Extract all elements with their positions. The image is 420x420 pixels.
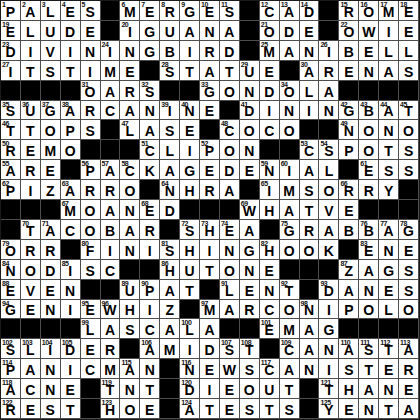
cell-8-12[interactable]: E bbox=[240, 160, 260, 180]
cell-7-15[interactable]: 53C bbox=[300, 140, 320, 160]
cell-20-7[interactable]: E bbox=[140, 399, 160, 419]
cell-6-18[interactable]: O bbox=[359, 120, 379, 140]
cell-7-0[interactable]: 50R bbox=[1, 140, 21, 160]
cell-5-7[interactable]: N bbox=[140, 101, 160, 121]
cell-20-16[interactable]: 125Y bbox=[319, 399, 339, 419]
cell-18-11[interactable]: W bbox=[220, 359, 240, 379]
cell-10-4[interactable]: O bbox=[81, 200, 101, 220]
cell-14-6[interactable]: 89U bbox=[120, 280, 140, 300]
cell-1-0[interactable]: 19E bbox=[1, 21, 21, 41]
cell-11-2[interactable]: 71A bbox=[41, 220, 61, 240]
cell-9-2[interactable]: Z bbox=[41, 180, 61, 200]
cell-10-12[interactable]: 69W bbox=[240, 200, 260, 220]
cell-0-11[interactable]: 11S bbox=[220, 1, 240, 21]
cell-8-15[interactable]: A bbox=[300, 160, 320, 180]
cell-15-0[interactable]: 94G bbox=[1, 300, 21, 320]
cell-10-3[interactable]: 67M bbox=[61, 200, 81, 220]
cell-2-11[interactable]: D bbox=[220, 41, 240, 61]
cell-16-7[interactable]: C bbox=[140, 319, 160, 339]
cell-8-8[interactable]: A bbox=[160, 160, 180, 180]
cell-19-13[interactable]: U bbox=[260, 379, 280, 399]
cell-12-9[interactable]: H bbox=[180, 240, 200, 260]
cell-18-9[interactable]: 116N bbox=[180, 359, 200, 379]
cell-2-5[interactable]: 24I bbox=[101, 41, 121, 61]
cell-3-2[interactable]: S bbox=[41, 61, 61, 81]
cell-20-0[interactable]: 122R bbox=[1, 399, 21, 419]
cell-8-4[interactable]: 56P bbox=[81, 160, 101, 180]
cell-20-10[interactable]: T bbox=[200, 399, 220, 419]
cell-0-20[interactable]: 18E bbox=[399, 1, 419, 21]
cell-7-19[interactable]: T bbox=[379, 140, 399, 160]
cell-11-5[interactable]: B bbox=[101, 220, 121, 240]
cell-7-2[interactable]: M bbox=[41, 140, 61, 160]
cell-8-19[interactable]: S bbox=[379, 160, 399, 180]
cell-1-4[interactable]: E bbox=[81, 21, 101, 41]
cell-11-20[interactable]: 78G bbox=[399, 220, 419, 240]
cell-5-4[interactable]: R bbox=[81, 101, 101, 121]
cell-10-14[interactable]: A bbox=[280, 200, 300, 220]
cell-3-16[interactable]: R bbox=[319, 61, 339, 81]
cell-9-11[interactable]: A bbox=[220, 180, 240, 200]
cell-14-3[interactable]: N bbox=[61, 280, 81, 300]
cell-5-18[interactable]: 43B bbox=[359, 101, 379, 121]
cell-19-7[interactable]: T bbox=[140, 379, 160, 399]
cell-8-16[interactable]: L bbox=[319, 160, 339, 180]
cell-14-14[interactable]: 92T bbox=[280, 280, 300, 300]
cell-15-15[interactable]: 98N bbox=[300, 300, 320, 320]
cell-16-4[interactable]: 99L bbox=[81, 319, 101, 339]
cell-5-12[interactable]: 41D bbox=[240, 101, 260, 121]
cell-13-8[interactable]: 86H bbox=[160, 260, 180, 280]
cell-17-4[interactable]: E bbox=[81, 339, 101, 359]
cell-9-4[interactable]: R bbox=[81, 180, 101, 200]
cell-5-17[interactable]: 42G bbox=[339, 101, 359, 121]
cell-5-10[interactable]: E bbox=[200, 101, 220, 121]
cell-10-7[interactable]: 68E bbox=[140, 200, 160, 220]
cell-13-19[interactable]: G bbox=[379, 260, 399, 280]
cell-13-17[interactable]: 87Z bbox=[339, 260, 359, 280]
cell-13-11[interactable]: O bbox=[220, 260, 240, 280]
cell-15-12[interactable]: R bbox=[240, 300, 260, 320]
cell-18-6[interactable]: 115A bbox=[120, 359, 140, 379]
cell-16-15[interactable]: A bbox=[300, 319, 320, 339]
cell-17-9[interactable]: I bbox=[180, 339, 200, 359]
cell-11-10[interactable]: 73H bbox=[200, 220, 220, 240]
cell-5-1[interactable]: 36U bbox=[21, 101, 41, 121]
cell-18-0[interactable]: 114P bbox=[1, 359, 21, 379]
cell-9-10[interactable]: R bbox=[200, 180, 220, 200]
cell-7-12[interactable]: N bbox=[240, 140, 260, 160]
cell-5-15[interactable]: I bbox=[300, 101, 320, 121]
cell-2-17[interactable]: B bbox=[339, 41, 359, 61]
cell-13-12[interactable]: N bbox=[240, 260, 260, 280]
cell-14-1[interactable]: V bbox=[21, 280, 41, 300]
cell-6-13[interactable]: C bbox=[260, 120, 280, 140]
cell-8-20[interactable]: S bbox=[399, 160, 419, 180]
cell-0-9[interactable]: 9G bbox=[180, 1, 200, 21]
cell-20-1[interactable]: E bbox=[21, 399, 41, 419]
cell-15-2[interactable]: N bbox=[41, 300, 61, 320]
cell-16-16[interactable]: G bbox=[319, 319, 339, 339]
cell-19-0[interactable]: 118A bbox=[1, 379, 21, 399]
cell-19-6[interactable]: N bbox=[120, 379, 140, 399]
cell-8-18[interactable]: 61E bbox=[359, 160, 379, 180]
cell-19-1[interactable]: C bbox=[21, 379, 41, 399]
cell-7-7[interactable]: 51C bbox=[140, 140, 160, 160]
cell-3-1[interactable]: T bbox=[21, 61, 41, 81]
cell-12-10[interactable]: I bbox=[200, 240, 220, 260]
cell-0-14[interactable]: 13A bbox=[280, 1, 300, 21]
cell-7-16[interactable]: 54S bbox=[319, 140, 339, 160]
cell-20-14[interactable]: S bbox=[280, 399, 300, 419]
cell-9-1[interactable]: I bbox=[21, 180, 41, 200]
cell-19-14[interactable]: T bbox=[280, 379, 300, 399]
cell-16-6[interactable]: S bbox=[120, 319, 140, 339]
cell-8-9[interactable]: G bbox=[180, 160, 200, 180]
cell-9-8[interactable]: 64N bbox=[160, 180, 180, 200]
cell-6-19[interactable]: N bbox=[379, 120, 399, 140]
cell-20-2[interactable]: S bbox=[41, 399, 61, 419]
cell-19-2[interactable]: N bbox=[41, 379, 61, 399]
cell-7-8[interactable]: L bbox=[160, 140, 180, 160]
cell-18-14[interactable]: A bbox=[280, 359, 300, 379]
cell-3-19[interactable]: A bbox=[379, 61, 399, 81]
cell-3-4[interactable]: I bbox=[81, 61, 101, 81]
cell-7-10[interactable]: 52P bbox=[200, 140, 220, 160]
cell-19-9[interactable]: 120D bbox=[180, 379, 200, 399]
cell-5-6[interactable]: A bbox=[120, 101, 140, 121]
cell-17-5[interactable]: R bbox=[101, 339, 121, 359]
cell-18-20[interactable]: R bbox=[399, 359, 419, 379]
cell-15-19[interactable]: L bbox=[379, 300, 399, 320]
cell-6-20[interactable]: O bbox=[399, 120, 419, 140]
cell-8-2[interactable]: E bbox=[41, 160, 61, 180]
cell-17-11[interactable]: 107S bbox=[220, 339, 240, 359]
cell-14-12[interactable]: E bbox=[240, 280, 260, 300]
cell-20-17[interactable]: E bbox=[339, 399, 359, 419]
cell-2-1[interactable]: I bbox=[21, 41, 41, 61]
cell-6-4[interactable]: S bbox=[81, 120, 101, 140]
cell-2-19[interactable]: L bbox=[379, 41, 399, 61]
cell-12-11[interactable]: N bbox=[220, 240, 240, 260]
cell-18-2[interactable]: N bbox=[41, 359, 61, 379]
cell-4-14[interactable]: 34O bbox=[280, 81, 300, 101]
cell-13-9[interactable]: U bbox=[180, 260, 200, 280]
cell-15-14[interactable]: O bbox=[280, 300, 300, 320]
cell-18-17[interactable]: S bbox=[339, 359, 359, 379]
cell-19-5[interactable]: 119T bbox=[101, 379, 121, 399]
cell-16-10[interactable]: A bbox=[200, 319, 220, 339]
cell-11-17[interactable]: B bbox=[339, 220, 359, 240]
cell-18-12[interactable]: S bbox=[240, 359, 260, 379]
cell-8-6[interactable]: 58C bbox=[120, 160, 140, 180]
cell-12-12[interactable]: G bbox=[240, 240, 260, 260]
cell-18-15[interactable]: N bbox=[300, 359, 320, 379]
cell-12-15[interactable]: O bbox=[300, 240, 320, 260]
cell-9-0[interactable]: 62P bbox=[1, 180, 21, 200]
cell-10-16[interactable]: V bbox=[319, 200, 339, 220]
cell-18-18[interactable]: T bbox=[359, 359, 379, 379]
cell-14-7[interactable]: 90P bbox=[140, 280, 160, 300]
cell-6-1[interactable]: T bbox=[21, 120, 41, 140]
cell-19-17[interactable]: H bbox=[339, 379, 359, 399]
cell-17-8[interactable]: M bbox=[160, 339, 180, 359]
cell-17-7[interactable]: 106A bbox=[140, 339, 160, 359]
cell-13-18[interactable]: A bbox=[359, 260, 379, 280]
cell-2-2[interactable]: V bbox=[41, 41, 61, 61]
cell-1-14[interactable]: D bbox=[280, 21, 300, 41]
cell-10-5[interactable]: A bbox=[101, 200, 121, 220]
cell-4-10[interactable]: 33G bbox=[200, 81, 220, 101]
cell-18-7[interactable]: N bbox=[140, 359, 160, 379]
cell-0-13[interactable]: 12C bbox=[260, 1, 280, 21]
cell-12-19[interactable]: N bbox=[379, 240, 399, 260]
cell-6-3[interactable]: P bbox=[61, 120, 81, 140]
cell-12-6[interactable]: N bbox=[120, 240, 140, 260]
cell-2-13[interactable]: 25M bbox=[260, 41, 280, 61]
cell-3-17[interactable]: E bbox=[339, 61, 359, 81]
cell-1-6[interactable]: 20I bbox=[120, 21, 140, 41]
cell-1-2[interactable]: U bbox=[41, 21, 61, 41]
cell-15-10[interactable]: 97M bbox=[200, 300, 220, 320]
cell-6-6[interactable]: 47L bbox=[120, 120, 140, 140]
cell-7-17[interactable]: P bbox=[339, 140, 359, 160]
cell-12-16[interactable]: K bbox=[319, 240, 339, 260]
cell-15-16[interactable]: I bbox=[319, 300, 339, 320]
cell-8-14[interactable]: 60I bbox=[280, 160, 300, 180]
cell-14-16[interactable]: 93D bbox=[319, 280, 339, 300]
cell-8-10[interactable]: E bbox=[200, 160, 220, 180]
cell-9-3[interactable]: 63A bbox=[61, 180, 81, 200]
cell-9-5[interactable]: R bbox=[101, 180, 121, 200]
cell-9-17[interactable]: 66R bbox=[339, 180, 359, 200]
cell-3-11[interactable]: T bbox=[220, 61, 240, 81]
cell-4-6[interactable]: R bbox=[120, 81, 140, 101]
cell-2-6[interactable]: N bbox=[120, 41, 140, 61]
cell-14-8[interactable]: A bbox=[160, 280, 180, 300]
cell-7-11[interactable]: O bbox=[220, 140, 240, 160]
cell-6-0[interactable]: 46T bbox=[1, 120, 21, 140]
cell-5-0[interactable]: 35S bbox=[1, 101, 21, 121]
cell-3-12[interactable]: 29U bbox=[240, 61, 260, 81]
cell-2-0[interactable]: 23D bbox=[1, 41, 21, 61]
cell-9-6[interactable]: O bbox=[120, 180, 140, 200]
cell-0-10[interactable]: 10E bbox=[200, 1, 220, 21]
cell-11-16[interactable]: A bbox=[319, 220, 339, 240]
cell-1-18[interactable]: W bbox=[359, 21, 379, 41]
cell-12-18[interactable]: 83E bbox=[359, 240, 379, 260]
cell-7-18[interactable]: O bbox=[359, 140, 379, 160]
cell-6-11[interactable]: 48C bbox=[220, 120, 240, 140]
cell-0-15[interactable]: 14D bbox=[300, 1, 320, 21]
cell-2-4[interactable]: N bbox=[81, 41, 101, 61]
cell-4-11[interactable]: O bbox=[220, 81, 240, 101]
cell-11-4[interactable]: O bbox=[81, 220, 101, 240]
cell-9-15[interactable]: S bbox=[300, 180, 320, 200]
cell-3-15[interactable]: 30A bbox=[300, 61, 320, 81]
cell-11-18[interactable]: 76B bbox=[359, 220, 379, 240]
cell-15-7[interactable]: I bbox=[140, 300, 160, 320]
cell-17-18[interactable]: 111S bbox=[359, 339, 379, 359]
cell-18-4[interactable]: C bbox=[81, 359, 101, 379]
cell-4-15[interactable]: L bbox=[300, 81, 320, 101]
cell-0-2[interactable]: 3L bbox=[41, 1, 61, 21]
cell-4-12[interactable]: N bbox=[240, 81, 260, 101]
cell-2-14[interactable]: A bbox=[280, 41, 300, 61]
cell-1-9[interactable]: A bbox=[180, 21, 200, 41]
cell-15-8[interactable]: Z bbox=[160, 300, 180, 320]
cell-0-6[interactable]: 6M bbox=[120, 1, 140, 21]
cell-12-1[interactable]: R bbox=[21, 240, 41, 260]
cell-15-3[interactable]: I bbox=[61, 300, 81, 320]
cell-12-20[interactable]: E bbox=[399, 240, 419, 260]
cell-19-3[interactable]: E bbox=[61, 379, 81, 399]
cell-14-20[interactable]: S bbox=[399, 280, 419, 300]
cell-2-7[interactable]: G bbox=[140, 41, 160, 61]
cell-9-19[interactable]: Y bbox=[379, 180, 399, 200]
cell-13-0[interactable]: 84N bbox=[1, 260, 21, 280]
cell-0-7[interactable]: 7E bbox=[140, 1, 160, 21]
cell-11-6[interactable]: A bbox=[120, 220, 140, 240]
cell-3-10[interactable]: A bbox=[200, 61, 220, 81]
cell-10-6[interactable]: N bbox=[120, 200, 140, 220]
cell-11-7[interactable]: R bbox=[140, 220, 160, 240]
cell-18-1[interactable]: A bbox=[21, 359, 41, 379]
cell-19-19[interactable]: N bbox=[379, 379, 399, 399]
cell-13-4[interactable]: S bbox=[81, 260, 101, 280]
cell-5-9[interactable]: 40N bbox=[180, 101, 200, 121]
cell-2-3[interactable]: I bbox=[61, 41, 81, 61]
cell-19-10[interactable]: I bbox=[200, 379, 220, 399]
cell-1-1[interactable]: L bbox=[21, 21, 41, 41]
cell-6-17[interactable]: 49N bbox=[339, 120, 359, 140]
cell-2-10[interactable]: R bbox=[200, 41, 220, 61]
cell-1-8[interactable]: U bbox=[160, 21, 180, 41]
cell-15-13[interactable]: C bbox=[260, 300, 280, 320]
cell-15-1[interactable]: E bbox=[21, 300, 41, 320]
cell-3-0[interactable]: 27I bbox=[1, 61, 21, 81]
cell-4-7[interactable]: 32S bbox=[140, 81, 160, 101]
cell-7-20[interactable]: S bbox=[399, 140, 419, 160]
cell-2-9[interactable]: I bbox=[180, 41, 200, 61]
cell-13-3[interactable]: 85I bbox=[61, 260, 81, 280]
cell-18-19[interactable]: E bbox=[379, 359, 399, 379]
cell-14-0[interactable]: 88E bbox=[1, 280, 21, 300]
cell-2-15[interactable]: N bbox=[300, 41, 320, 61]
cell-20-5[interactable]: 123H bbox=[101, 399, 121, 419]
cell-6-12[interactable]: O bbox=[240, 120, 260, 140]
cell-9-9[interactable]: H bbox=[180, 180, 200, 200]
cell-17-2[interactable]: 104I bbox=[41, 339, 61, 359]
cell-0-3[interactable]: 4E bbox=[61, 1, 81, 21]
cell-12-4[interactable]: 80F bbox=[81, 240, 101, 260]
cell-17-14[interactable]: 109C bbox=[280, 339, 300, 359]
cell-20-3[interactable]: T bbox=[61, 399, 81, 419]
cell-17-19[interactable]: 112T bbox=[379, 339, 399, 359]
cell-11-9[interactable]: 72S bbox=[180, 220, 200, 240]
cell-10-15[interactable]: T bbox=[300, 200, 320, 220]
cell-0-0[interactable]: 1P bbox=[1, 1, 21, 21]
cell-18-16[interactable]: I bbox=[319, 359, 339, 379]
cell-6-8[interactable]: S bbox=[160, 120, 180, 140]
cell-16-8[interactable]: A bbox=[160, 319, 180, 339]
cell-1-10[interactable]: N bbox=[200, 21, 220, 41]
cell-6-9[interactable]: E bbox=[180, 120, 200, 140]
cell-3-6[interactable]: E bbox=[120, 61, 140, 81]
cell-1-3[interactable]: D bbox=[61, 21, 81, 41]
cell-11-19[interactable]: 77A bbox=[379, 220, 399, 240]
cell-13-10[interactable]: T bbox=[200, 260, 220, 280]
cell-5-14[interactable]: N bbox=[280, 101, 300, 121]
cell-6-7[interactable]: A bbox=[140, 120, 160, 140]
cell-16-13[interactable]: 101E bbox=[260, 319, 280, 339]
cell-5-8[interactable]: 39I bbox=[160, 101, 180, 121]
cell-17-20[interactable]: 113A bbox=[399, 339, 419, 359]
cell-3-5[interactable]: M bbox=[101, 61, 121, 81]
cell-14-9[interactable]: T bbox=[180, 280, 200, 300]
cell-18-10[interactable]: E bbox=[200, 359, 220, 379]
cell-8-7[interactable]: K bbox=[140, 160, 160, 180]
cell-11-3[interactable]: C bbox=[61, 220, 81, 240]
cell-10-13[interactable]: H bbox=[260, 200, 280, 220]
cell-11-12[interactable]: A bbox=[240, 220, 260, 240]
cell-19-16[interactable]: 121T bbox=[319, 379, 339, 399]
cell-16-14[interactable]: M bbox=[280, 319, 300, 339]
cell-15-20[interactable]: O bbox=[399, 300, 419, 320]
cell-3-13[interactable]: E bbox=[260, 61, 280, 81]
cell-5-2[interactable]: 37G bbox=[41, 101, 61, 121]
cell-12-8[interactable]: 81S bbox=[160, 240, 180, 260]
cell-20-9[interactable]: 124A bbox=[180, 399, 200, 419]
cell-4-16[interactable]: A bbox=[319, 81, 339, 101]
cell-13-20[interactable]: S bbox=[399, 260, 419, 280]
cell-17-16[interactable]: N bbox=[319, 339, 339, 359]
cell-17-12[interactable]: 108T bbox=[240, 339, 260, 359]
cell-1-13[interactable]: 21O bbox=[260, 21, 280, 41]
cell-11-1[interactable]: 70T bbox=[21, 220, 41, 240]
cell-3-3[interactable]: T bbox=[61, 61, 81, 81]
cell-16-9[interactable]: 100L bbox=[180, 319, 200, 339]
cell-3-8[interactable]: 28S bbox=[160, 61, 180, 81]
cell-9-13[interactable]: 65I bbox=[260, 180, 280, 200]
cell-17-0[interactable]: 102S bbox=[1, 339, 21, 359]
cell-18-3[interactable]: I bbox=[61, 359, 81, 379]
cell-0-19[interactable]: 17M bbox=[379, 1, 399, 21]
cell-0-8[interactable]: 8R bbox=[160, 1, 180, 21]
cell-0-18[interactable]: 16O bbox=[359, 1, 379, 21]
cell-5-13[interactable]: I bbox=[260, 101, 280, 121]
cell-14-2[interactable]: E bbox=[41, 280, 61, 300]
cell-11-11[interactable]: 74E bbox=[220, 220, 240, 240]
cell-6-14[interactable]: O bbox=[280, 120, 300, 140]
cell-12-13[interactable]: 82H bbox=[260, 240, 280, 260]
cell-2-18[interactable]: E bbox=[359, 41, 379, 61]
cell-13-2[interactable]: D bbox=[41, 260, 61, 280]
cell-17-3[interactable]: 105D bbox=[61, 339, 81, 359]
cell-12-7[interactable]: I bbox=[140, 240, 160, 260]
cell-8-1[interactable]: R bbox=[21, 160, 41, 180]
cell-15-11[interactable]: A bbox=[220, 300, 240, 320]
cell-5-20[interactable]: 45T bbox=[399, 101, 419, 121]
cell-4-5[interactable]: A bbox=[101, 81, 121, 101]
cell-17-15[interactable]: A bbox=[300, 339, 320, 359]
cell-11-15[interactable]: R bbox=[300, 220, 320, 240]
cell-0-1[interactable]: 2A bbox=[21, 1, 41, 21]
cell-20-19[interactable]: T bbox=[379, 399, 399, 419]
cell-1-11[interactable]: A bbox=[220, 21, 240, 41]
cell-20-20[interactable]: A bbox=[399, 399, 419, 419]
cell-14-13[interactable]: N bbox=[260, 280, 280, 300]
